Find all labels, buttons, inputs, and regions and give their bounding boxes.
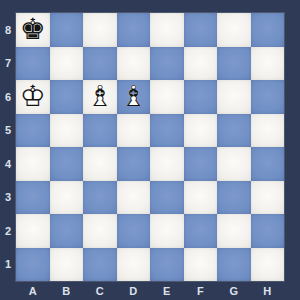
square-c8[interactable] xyxy=(83,13,117,47)
rank-label-1: 1 xyxy=(0,248,16,282)
square-e1[interactable] xyxy=(150,248,184,282)
file-label-b: B xyxy=(50,281,84,300)
square-f6[interactable] xyxy=(184,80,218,114)
square-h6[interactable] xyxy=(251,80,285,114)
white-bishop-glyph-outline: ♗ xyxy=(117,80,151,114)
square-e5[interactable] xyxy=(150,114,184,148)
square-g6[interactable] xyxy=(217,80,251,114)
square-a6[interactable]: ♚♔ xyxy=(16,80,50,114)
file-label-c: C xyxy=(83,281,117,300)
file-labels: ABCDEFGH xyxy=(16,281,284,300)
square-c3[interactable] xyxy=(83,181,117,215)
rank-labels: 87654321 xyxy=(0,13,16,281)
square-b6[interactable] xyxy=(50,80,84,114)
piece-white-bishop-c6[interactable]: ♝♗ xyxy=(83,80,117,114)
square-h5[interactable] xyxy=(251,114,285,148)
square-a2[interactable] xyxy=(16,214,50,248)
square-d8[interactable] xyxy=(117,13,151,47)
square-e3[interactable] xyxy=(150,181,184,215)
white-bishop-glyph-outline: ♗ xyxy=(83,80,117,114)
square-b4[interactable] xyxy=(50,147,84,181)
square-h7[interactable] xyxy=(251,47,285,81)
square-a4[interactable] xyxy=(16,147,50,181)
square-e8[interactable] xyxy=(150,13,184,47)
square-f7[interactable] xyxy=(184,47,218,81)
rank-label-2: 2 xyxy=(0,214,16,248)
square-b3[interactable] xyxy=(50,181,84,215)
square-d5[interactable] xyxy=(117,114,151,148)
square-f4[interactable] xyxy=(184,147,218,181)
square-c1[interactable] xyxy=(83,248,117,282)
piece-black-king-a8[interactable]: ♚ xyxy=(16,13,50,47)
square-h1[interactable] xyxy=(251,248,285,282)
file-label-d: D xyxy=(117,281,151,300)
square-a5[interactable] xyxy=(16,114,50,148)
square-a1[interactable] xyxy=(16,248,50,282)
square-a8[interactable]: ♚ xyxy=(16,13,50,47)
file-label-f: F xyxy=(184,281,218,300)
chess-board: ♚♚♔♝♗♝♗ xyxy=(16,13,284,281)
square-d4[interactable] xyxy=(117,147,151,181)
rank-label-8: 8 xyxy=(0,13,16,47)
square-f3[interactable] xyxy=(184,181,218,215)
square-c4[interactable] xyxy=(83,147,117,181)
square-g2[interactable] xyxy=(217,214,251,248)
rank-label-6: 6 xyxy=(0,80,16,114)
square-b7[interactable] xyxy=(50,47,84,81)
square-h4[interactable] xyxy=(251,147,285,181)
square-a3[interactable] xyxy=(16,181,50,215)
square-e2[interactable] xyxy=(150,214,184,248)
square-a7[interactable] xyxy=(16,47,50,81)
square-g3[interactable] xyxy=(217,181,251,215)
square-g1[interactable] xyxy=(217,248,251,282)
square-f1[interactable] xyxy=(184,248,218,282)
square-h8[interactable] xyxy=(251,13,285,47)
square-g5[interactable] xyxy=(217,114,251,148)
square-e6[interactable] xyxy=(150,80,184,114)
file-label-g: G xyxy=(217,281,251,300)
square-b2[interactable] xyxy=(50,214,84,248)
square-f8[interactable] xyxy=(184,13,218,47)
chess-diagram: 87654321 ♚♚♔♝♗♝♗ ABCDEFGH xyxy=(0,0,300,300)
square-c7[interactable] xyxy=(83,47,117,81)
square-c2[interactable] xyxy=(83,214,117,248)
square-b5[interactable] xyxy=(50,114,84,148)
square-d6[interactable]: ♝♗ xyxy=(117,80,151,114)
square-d2[interactable] xyxy=(117,214,151,248)
square-d1[interactable] xyxy=(117,248,151,282)
square-e4[interactable] xyxy=(150,147,184,181)
square-d7[interactable] xyxy=(117,47,151,81)
square-d3[interactable] xyxy=(117,181,151,215)
square-b8[interactable] xyxy=(50,13,84,47)
file-label-e: E xyxy=(150,281,184,300)
file-label-a: A xyxy=(16,281,50,300)
square-g8[interactable] xyxy=(217,13,251,47)
piece-white-bishop-d6[interactable]: ♝♗ xyxy=(117,80,151,114)
square-g7[interactable] xyxy=(217,47,251,81)
square-h3[interactable] xyxy=(251,181,285,215)
white-king-glyph-outline: ♔ xyxy=(16,80,50,114)
square-f5[interactable] xyxy=(184,114,218,148)
piece-white-king-a6[interactable]: ♚♔ xyxy=(16,80,50,114)
rank-label-4: 4 xyxy=(0,147,16,181)
rank-label-7: 7 xyxy=(0,47,16,81)
square-c5[interactable] xyxy=(83,114,117,148)
square-h2[interactable] xyxy=(251,214,285,248)
black-king-glyph: ♚ xyxy=(16,13,50,47)
rank-label-3: 3 xyxy=(0,181,16,215)
file-label-h: H xyxy=(251,281,285,300)
square-c6[interactable]: ♝♗ xyxy=(83,80,117,114)
square-g4[interactable] xyxy=(217,147,251,181)
square-e7[interactable] xyxy=(150,47,184,81)
rank-label-5: 5 xyxy=(0,114,16,148)
square-b1[interactable] xyxy=(50,248,84,282)
square-f2[interactable] xyxy=(184,214,218,248)
